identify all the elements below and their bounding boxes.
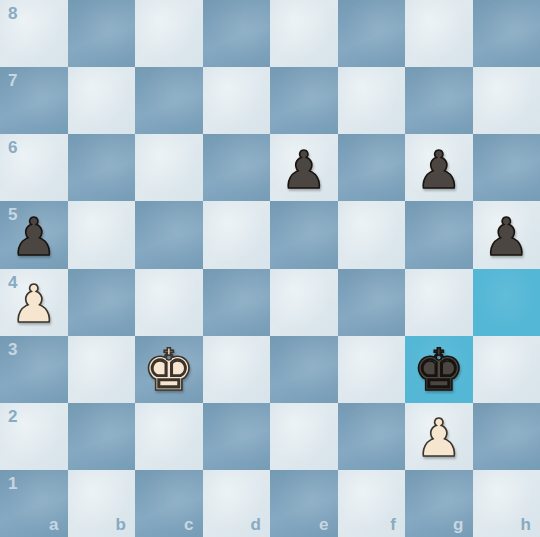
square-e1[interactable]: e (270, 470, 338, 537)
file-label-d: d (251, 516, 261, 533)
square-b7[interactable] (68, 67, 136, 134)
rank-label-2: 2 (8, 408, 17, 425)
square-d7[interactable] (203, 67, 271, 134)
piece-black-pawn-a5[interactable]: ♟ (0, 201, 68, 268)
square-b2[interactable] (68, 403, 136, 470)
rank-label-6: 6 (8, 139, 17, 156)
piece-white-king-c3[interactable]: ♚ (135, 336, 203, 403)
chess-board: 876♟♟5♟♟4♟3♚♚2♟1abcdefgh (0, 0, 540, 537)
square-g3[interactable]: ♚ (405, 336, 473, 403)
square-g5[interactable] (405, 201, 473, 268)
rank-label-8: 8 (8, 5, 17, 22)
square-d3[interactable] (203, 336, 271, 403)
square-g2[interactable]: ♟ (405, 403, 473, 470)
square-b6[interactable] (68, 134, 136, 201)
square-e6[interactable]: ♟ (270, 134, 338, 201)
file-label-f: f (390, 516, 396, 533)
rank-label-1: 1 (8, 475, 17, 492)
square-e3[interactable] (270, 336, 338, 403)
square-h2[interactable] (473, 403, 540, 470)
square-a7[interactable]: 7 (0, 67, 68, 134)
square-e7[interactable] (270, 67, 338, 134)
file-label-c: c (184, 516, 193, 533)
square-a8[interactable]: 8 (0, 0, 68, 67)
square-f6[interactable] (338, 134, 406, 201)
rank-label-3: 3 (8, 341, 17, 358)
file-label-g: g (453, 516, 463, 533)
piece-black-pawn-h5[interactable]: ♟ (473, 201, 540, 268)
square-d2[interactable] (203, 403, 271, 470)
square-b4[interactable] (68, 269, 136, 336)
square-d5[interactable] (203, 201, 271, 268)
file-label-h: h (521, 516, 531, 533)
piece-black-pawn-e6[interactable]: ♟ (270, 134, 338, 201)
square-g8[interactable] (405, 0, 473, 67)
square-h7[interactable] (473, 67, 540, 134)
square-c4[interactable] (135, 269, 203, 336)
square-e2[interactable] (270, 403, 338, 470)
file-label-a: a (49, 516, 58, 533)
square-c6[interactable] (135, 134, 203, 201)
rank-label-7: 7 (8, 72, 17, 89)
square-b3[interactable] (68, 336, 136, 403)
square-f8[interactable] (338, 0, 406, 67)
square-c7[interactable] (135, 67, 203, 134)
square-h3[interactable] (473, 336, 540, 403)
square-a4[interactable]: 4♟ (0, 269, 68, 336)
square-h4[interactable] (473, 269, 540, 336)
square-f2[interactable] (338, 403, 406, 470)
square-g6[interactable]: ♟ (405, 134, 473, 201)
square-e4[interactable] (270, 269, 338, 336)
square-e8[interactable] (270, 0, 338, 67)
square-d1[interactable]: d (203, 470, 271, 537)
piece-white-pawn-a4[interactable]: ♟ (0, 269, 68, 336)
square-a5[interactable]: 5♟ (0, 201, 68, 268)
square-h6[interactable] (473, 134, 540, 201)
square-h8[interactable] (473, 0, 540, 67)
file-label-b: b (116, 516, 126, 533)
square-b1[interactable]: b (68, 470, 136, 537)
square-e5[interactable] (270, 201, 338, 268)
square-a1[interactable]: 1a (0, 470, 68, 537)
square-c5[interactable] (135, 201, 203, 268)
square-h1[interactable]: h (473, 470, 540, 537)
square-g4[interactable] (405, 269, 473, 336)
square-f5[interactable] (338, 201, 406, 268)
square-a3[interactable]: 3 (0, 336, 68, 403)
square-c2[interactable] (135, 403, 203, 470)
square-g1[interactable]: g (405, 470, 473, 537)
square-c1[interactable]: c (135, 470, 203, 537)
square-d6[interactable] (203, 134, 271, 201)
square-c3[interactable]: ♚ (135, 336, 203, 403)
square-d4[interactable] (203, 269, 271, 336)
square-a6[interactable]: 6 (0, 134, 68, 201)
square-b8[interactable] (68, 0, 136, 67)
square-c8[interactable] (135, 0, 203, 67)
square-d8[interactable] (203, 0, 271, 67)
piece-black-king-g3[interactable]: ♚ (405, 336, 473, 403)
square-f3[interactable] (338, 336, 406, 403)
piece-white-pawn-g2[interactable]: ♟ (405, 403, 473, 470)
square-f4[interactable] (338, 269, 406, 336)
piece-black-pawn-g6[interactable]: ♟ (405, 134, 473, 201)
square-f1[interactable]: f (338, 470, 406, 537)
square-a2[interactable]: 2 (0, 403, 68, 470)
square-h5[interactable]: ♟ (473, 201, 540, 268)
file-label-e: e (319, 516, 328, 533)
square-f7[interactable] (338, 67, 406, 134)
square-b5[interactable] (68, 201, 136, 268)
square-g7[interactable] (405, 67, 473, 134)
